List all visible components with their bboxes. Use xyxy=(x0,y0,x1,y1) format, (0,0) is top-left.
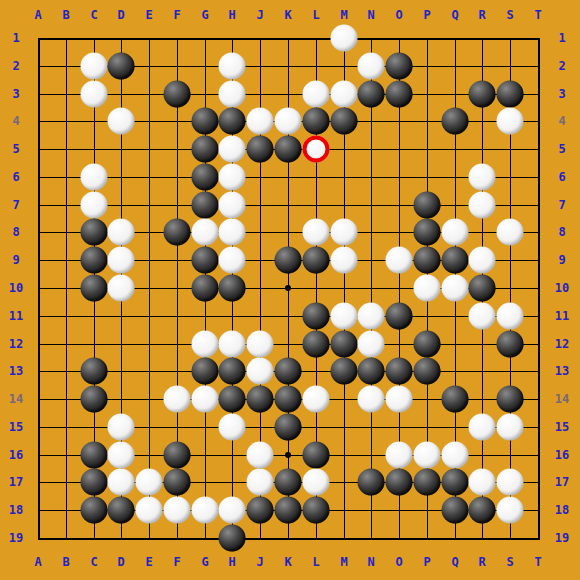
stone-R11-white[interactable] xyxy=(469,303,496,330)
stone-Q8-white[interactable] xyxy=(442,219,469,246)
stone-G9-black[interactable] xyxy=(192,247,219,274)
stone-Q18-black[interactable] xyxy=(442,497,469,524)
stone-H12-white[interactable] xyxy=(219,331,246,358)
col-label-bottom-O: O xyxy=(395,556,402,568)
stone-L18-black[interactable] xyxy=(303,497,330,524)
col-label-bottom-D: D xyxy=(117,556,124,568)
col-label-top-D: D xyxy=(117,9,124,21)
stone-L8-white[interactable] xyxy=(303,219,330,246)
stone-N2-white[interactable] xyxy=(358,53,385,80)
stone-C14-black[interactable] xyxy=(81,386,108,413)
stone-G10-black[interactable] xyxy=(192,275,219,302)
row-label-right-1: 1 xyxy=(558,32,565,44)
stone-P12-black[interactable] xyxy=(414,331,441,358)
col-label-bottom-C: C xyxy=(90,556,97,568)
grid-line-vertical xyxy=(538,38,540,540)
stone-P16-white[interactable] xyxy=(414,442,441,469)
stone-S14-black[interactable] xyxy=(497,386,524,413)
stone-P8-black[interactable] xyxy=(414,219,441,246)
stone-O9-white[interactable] xyxy=(386,247,413,274)
row-label-left-18: 18 xyxy=(9,504,23,516)
stone-D9-white[interactable] xyxy=(108,247,135,274)
stone-K13-black[interactable] xyxy=(275,358,302,385)
row-label-left-5: 5 xyxy=(12,143,19,155)
stone-S3-black[interactable] xyxy=(497,81,524,108)
stone-Q17-black[interactable] xyxy=(442,469,469,496)
stone-H2-white[interactable] xyxy=(219,53,246,80)
row-label-left-1: 1 xyxy=(12,32,19,44)
row-label-left-6: 6 xyxy=(12,171,19,183)
stone-N13-black[interactable] xyxy=(358,358,385,385)
row-label-left-15: 15 xyxy=(9,421,23,433)
stone-P13-black[interactable] xyxy=(414,358,441,385)
grid-line-horizontal xyxy=(38,316,540,317)
stone-N17-black[interactable] xyxy=(358,469,385,496)
stone-O14-white[interactable] xyxy=(386,386,413,413)
col-label-top-F: F xyxy=(173,9,180,21)
row-label-right-19: 19 xyxy=(555,532,569,544)
row-label-left-12: 12 xyxy=(9,338,23,350)
star-point-K10 xyxy=(285,285,291,291)
col-label-top-R: R xyxy=(478,9,485,21)
stone-O11-black[interactable] xyxy=(386,303,413,330)
stone-G4-black[interactable] xyxy=(192,108,219,135)
go-board[interactable]: AABBCCDDEEFFGGHHJJKKLLMMNNOOPPQQRRSSTT11… xyxy=(0,0,580,580)
grid-line-vertical xyxy=(371,38,372,540)
stone-G18-white[interactable] xyxy=(192,497,219,524)
row-label-left-7: 7 xyxy=(12,199,19,211)
stone-H9-white[interactable] xyxy=(219,247,246,274)
stone-C6-white[interactable] xyxy=(81,164,108,191)
stone-G12-white[interactable] xyxy=(192,331,219,358)
stone-D2-black[interactable] xyxy=(108,53,135,80)
stone-R3-black[interactable] xyxy=(469,81,496,108)
stone-S17-white[interactable] xyxy=(497,469,524,496)
stone-M8-white[interactable] xyxy=(331,219,358,246)
stone-H19-black[interactable] xyxy=(219,525,246,552)
col-label-bottom-B: B xyxy=(62,556,69,568)
stone-C3-white[interactable] xyxy=(81,81,108,108)
row-label-right-12: 12 xyxy=(555,338,569,350)
stone-K18-black[interactable] xyxy=(275,497,302,524)
grid-line-vertical xyxy=(66,38,67,540)
stone-R15-white[interactable] xyxy=(469,414,496,441)
row-label-right-9: 9 xyxy=(558,254,565,266)
stone-N14-white[interactable] xyxy=(358,386,385,413)
stone-L4-black[interactable] xyxy=(303,108,330,135)
stone-C10-black[interactable] xyxy=(81,275,108,302)
stone-F16-black[interactable] xyxy=(164,442,191,469)
stone-D17-white[interactable] xyxy=(108,469,135,496)
stone-S8-white[interactable] xyxy=(497,219,524,246)
col-label-bottom-L: L xyxy=(312,556,319,568)
col-label-top-G: G xyxy=(201,9,208,21)
row-label-right-13: 13 xyxy=(555,365,569,377)
stone-O3-black[interactable] xyxy=(386,81,413,108)
row-label-right-16: 16 xyxy=(555,449,569,461)
row-label-left-13: 13 xyxy=(9,365,23,377)
stone-C13-black[interactable] xyxy=(81,358,108,385)
stone-H8-white[interactable] xyxy=(219,219,246,246)
stone-F3-black[interactable] xyxy=(164,81,191,108)
col-label-bottom-J: J xyxy=(256,556,263,568)
stone-M9-white[interactable] xyxy=(331,247,358,274)
stone-M3-white[interactable] xyxy=(331,81,358,108)
col-label-bottom-F: F xyxy=(173,556,180,568)
stone-Q9-black[interactable] xyxy=(442,247,469,274)
row-label-right-14: 14 xyxy=(555,393,569,405)
stone-H4-black[interactable] xyxy=(219,108,246,135)
row-label-left-11: 11 xyxy=(9,310,23,322)
stone-J5-black[interactable] xyxy=(247,136,274,163)
stone-J16-white[interactable] xyxy=(247,442,274,469)
stone-H3-white[interactable] xyxy=(219,81,246,108)
stone-E18-white[interactable] xyxy=(136,497,163,524)
stone-H15-white[interactable] xyxy=(219,414,246,441)
stone-N12-white[interactable] xyxy=(358,331,385,358)
stone-M4-black[interactable] xyxy=(331,108,358,135)
stone-N11-white[interactable] xyxy=(358,303,385,330)
stone-F17-black[interactable] xyxy=(164,469,191,496)
stone-O2-black[interactable] xyxy=(386,53,413,80)
stone-K14-black[interactable] xyxy=(275,386,302,413)
col-label-top-S: S xyxy=(506,9,513,21)
stone-J14-black[interactable] xyxy=(247,386,274,413)
stone-D18-black[interactable] xyxy=(108,497,135,524)
col-label-top-K: K xyxy=(284,9,291,21)
col-label-top-T: T xyxy=(534,9,541,21)
row-label-right-11: 11 xyxy=(555,310,569,322)
stone-H7-white[interactable] xyxy=(219,192,246,219)
star-point-K16 xyxy=(285,452,291,458)
stone-L9-black[interactable] xyxy=(303,247,330,274)
row-label-right-7: 7 xyxy=(558,199,565,211)
grid-line-horizontal xyxy=(38,38,540,40)
stone-Q16-white[interactable] xyxy=(442,442,469,469)
stone-G8-white[interactable] xyxy=(192,219,219,246)
stone-Q14-black[interactable] xyxy=(442,386,469,413)
last-move-marker xyxy=(303,136,330,163)
col-label-top-M: M xyxy=(340,9,347,21)
stone-R7-white[interactable] xyxy=(469,192,496,219)
stone-J17-white[interactable] xyxy=(247,469,274,496)
stone-G13-black[interactable] xyxy=(192,358,219,385)
stone-M13-black[interactable] xyxy=(331,358,358,385)
stone-S11-white[interactable] xyxy=(497,303,524,330)
stone-C9-black[interactable] xyxy=(81,247,108,274)
row-label-right-3: 3 xyxy=(558,88,565,100)
grid-line-horizontal xyxy=(38,177,540,178)
stone-R9-white[interactable] xyxy=(469,247,496,274)
col-label-top-O: O xyxy=(395,9,402,21)
stone-O17-black[interactable] xyxy=(386,469,413,496)
row-label-left-4: 4 xyxy=(12,115,19,127)
col-label-bottom-S: S xyxy=(506,556,513,568)
row-label-left-19: 19 xyxy=(9,532,23,544)
row-label-right-15: 15 xyxy=(555,421,569,433)
stone-M11-white[interactable] xyxy=(331,303,358,330)
stone-M12-black[interactable] xyxy=(331,331,358,358)
row-label-left-16: 16 xyxy=(9,449,23,461)
stone-H6-white[interactable] xyxy=(219,164,246,191)
stone-L11-black[interactable] xyxy=(303,303,330,330)
stone-K4-white[interactable] xyxy=(275,108,302,135)
stone-D15-white[interactable] xyxy=(108,414,135,441)
col-label-bottom-T: T xyxy=(534,556,541,568)
stone-H5-white[interactable] xyxy=(219,136,246,163)
col-label-top-H: H xyxy=(228,9,235,21)
stone-S12-black[interactable] xyxy=(497,331,524,358)
stone-G14-white[interactable] xyxy=(192,386,219,413)
stone-R17-white[interactable] xyxy=(469,469,496,496)
row-label-right-4: 4 xyxy=(558,115,565,127)
grid-line-horizontal xyxy=(38,538,540,540)
stone-Q10-white[interactable] xyxy=(442,275,469,302)
stone-S15-white[interactable] xyxy=(497,414,524,441)
stone-H10-black[interactable] xyxy=(219,275,246,302)
stone-Q4-black[interactable] xyxy=(442,108,469,135)
stone-J4-white[interactable] xyxy=(247,108,274,135)
col-label-top-E: E xyxy=(145,9,152,21)
stone-R18-black[interactable] xyxy=(469,497,496,524)
row-label-left-10: 10 xyxy=(9,282,23,294)
row-label-left-9: 9 xyxy=(12,254,19,266)
row-label-right-17: 17 xyxy=(555,476,569,488)
stone-S18-white[interactable] xyxy=(497,497,524,524)
row-label-right-8: 8 xyxy=(558,226,565,238)
row-label-right-2: 2 xyxy=(558,60,565,72)
stone-E17-white[interactable] xyxy=(136,469,163,496)
stone-C16-black[interactable] xyxy=(81,442,108,469)
stone-O13-black[interactable] xyxy=(386,358,413,385)
grid-line-vertical xyxy=(149,38,150,540)
stone-P10-white[interactable] xyxy=(414,275,441,302)
col-label-bottom-E: E xyxy=(145,556,152,568)
row-label-left-3: 3 xyxy=(12,88,19,100)
col-label-top-P: P xyxy=(423,9,430,21)
stone-K15-black[interactable] xyxy=(275,414,302,441)
stone-G7-black[interactable] xyxy=(192,192,219,219)
stone-J12-white[interactable] xyxy=(247,331,274,358)
stone-H14-black[interactable] xyxy=(219,386,246,413)
col-label-top-A: A xyxy=(34,9,41,21)
stone-C18-black[interactable] xyxy=(81,497,108,524)
stone-L16-black[interactable] xyxy=(303,442,330,469)
stone-F8-black[interactable] xyxy=(164,219,191,246)
stone-H18-white[interactable] xyxy=(219,497,246,524)
col-label-bottom-N: N xyxy=(367,556,374,568)
row-label-left-14: 14 xyxy=(9,393,23,405)
col-label-bottom-M: M xyxy=(340,556,347,568)
stone-R6-white[interactable] xyxy=(469,164,496,191)
stone-G5-black[interactable] xyxy=(192,136,219,163)
stone-J13-white[interactable] xyxy=(247,358,274,385)
col-label-bottom-Q: Q xyxy=(451,556,458,568)
stone-P9-black[interactable] xyxy=(414,247,441,274)
stone-C7-white[interactable] xyxy=(81,192,108,219)
col-label-top-N: N xyxy=(367,9,374,21)
stone-M1-white[interactable] xyxy=(331,25,358,52)
stone-L12-black[interactable] xyxy=(303,331,330,358)
stone-J18-black[interactable] xyxy=(247,497,274,524)
stone-S4-white[interactable] xyxy=(497,108,524,135)
row-label-left-8: 8 xyxy=(12,226,19,238)
row-label-left-17: 17 xyxy=(9,476,23,488)
stone-C8-black[interactable] xyxy=(81,219,108,246)
stone-C2-white[interactable] xyxy=(81,53,108,80)
col-label-top-C: C xyxy=(90,9,97,21)
stone-D10-white[interactable] xyxy=(108,275,135,302)
row-label-right-5: 5 xyxy=(558,143,565,155)
row-label-right-18: 18 xyxy=(555,504,569,516)
row-label-right-10: 10 xyxy=(555,282,569,294)
col-label-bottom-G: G xyxy=(201,556,208,568)
stone-R10-black[interactable] xyxy=(469,275,496,302)
col-label-bottom-P: P xyxy=(423,556,430,568)
row-label-right-6: 6 xyxy=(558,171,565,183)
stone-D4-white[interactable] xyxy=(108,108,135,135)
stone-O16-white[interactable] xyxy=(386,442,413,469)
col-label-bottom-K: K xyxy=(284,556,291,568)
col-label-top-J: J xyxy=(256,9,263,21)
grid-line-horizontal xyxy=(38,94,540,95)
stone-K9-black[interactable] xyxy=(275,247,302,274)
grid-line-horizontal xyxy=(38,205,540,206)
stone-L17-white[interactable] xyxy=(303,469,330,496)
grid-line-vertical xyxy=(38,38,40,540)
col-label-bottom-R: R xyxy=(478,556,485,568)
stone-D16-white[interactable] xyxy=(108,442,135,469)
col-label-top-L: L xyxy=(312,9,319,21)
stone-F14-white[interactable] xyxy=(164,386,191,413)
col-label-bottom-H: H xyxy=(228,556,235,568)
stone-P17-black[interactable] xyxy=(414,469,441,496)
stone-P7-black[interactable] xyxy=(414,192,441,219)
stone-G6-black[interactable] xyxy=(192,164,219,191)
col-label-top-B: B xyxy=(62,9,69,21)
stone-N3-black[interactable] xyxy=(358,81,385,108)
stone-F18-white[interactable] xyxy=(164,497,191,524)
stone-D8-white[interactable] xyxy=(108,219,135,246)
stone-H13-black[interactable] xyxy=(219,358,246,385)
col-label-bottom-A: A xyxy=(34,556,41,568)
col-label-top-Q: Q xyxy=(451,9,458,21)
stone-C17-black[interactable] xyxy=(81,469,108,496)
stone-K5-black[interactable] xyxy=(275,136,302,163)
stone-L3-white[interactable] xyxy=(303,81,330,108)
grid-line-horizontal xyxy=(38,344,540,345)
row-label-left-2: 2 xyxy=(12,60,19,72)
stone-L14-white[interactable] xyxy=(303,386,330,413)
stone-K17-black[interactable] xyxy=(275,469,302,496)
